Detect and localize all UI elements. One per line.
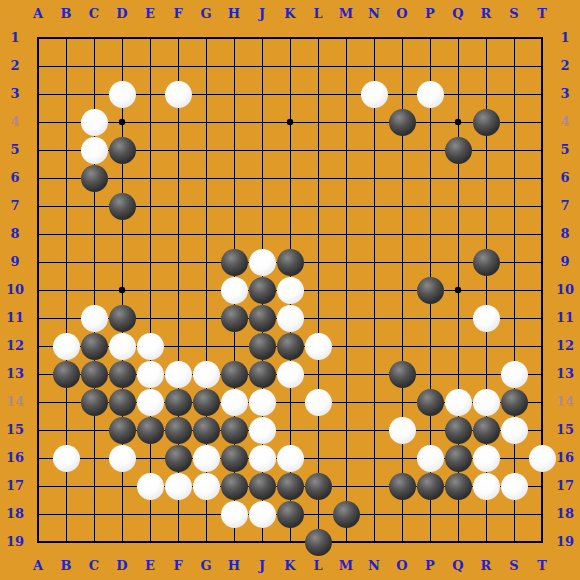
stone-white-D3 (109, 81, 136, 108)
stone-black-O17 (389, 473, 416, 500)
stone-white-F3 (165, 81, 192, 108)
col-label-top-Q: Q (447, 7, 469, 21)
stone-black-C6 (81, 165, 108, 192)
stone-black-G15 (193, 417, 220, 444)
star-point-Q10 (455, 287, 461, 293)
star-point-D4 (119, 119, 125, 125)
col-label-bottom-B: B (55, 559, 77, 573)
stone-black-P14 (417, 389, 444, 416)
row-label-left-11: 11 (4, 311, 26, 325)
stone-black-O13 (389, 361, 416, 388)
stone-white-D16 (109, 445, 136, 472)
stone-white-C4 (81, 109, 108, 136)
row-label-left-8: 8 (4, 227, 26, 241)
col-label-bottom-Q: Q (447, 559, 469, 573)
stone-black-R9 (473, 249, 500, 276)
col-label-bottom-L: L (307, 559, 329, 573)
stone-black-J13 (249, 361, 276, 388)
stone-black-K12 (277, 333, 304, 360)
row-label-right-6: 6 (554, 171, 576, 185)
col-label-top-E: E (139, 7, 161, 21)
col-label-top-T: T (531, 7, 553, 21)
col-label-bottom-T: T (531, 559, 553, 573)
row-label-right-9: 9 (554, 255, 576, 269)
stone-black-K18 (277, 501, 304, 528)
row-label-left-19: 19 (4, 535, 26, 549)
stone-white-J14 (249, 389, 276, 416)
stone-black-D15 (109, 417, 136, 444)
col-label-top-N: N (363, 7, 385, 21)
stone-white-G13 (193, 361, 220, 388)
stone-black-O4 (389, 109, 416, 136)
star-point-Q4 (455, 119, 461, 125)
stone-white-S17 (501, 473, 528, 500)
stone-white-E12 (137, 333, 164, 360)
stone-black-H9 (221, 249, 248, 276)
row-label-left-6: 6 (4, 171, 26, 185)
stone-white-C11 (81, 305, 108, 332)
stone-white-P16 (417, 445, 444, 472)
stone-white-R14 (473, 389, 500, 416)
row-label-left-7: 7 (4, 199, 26, 213)
stone-white-C5 (81, 137, 108, 164)
col-label-bottom-S: S (503, 559, 525, 573)
stone-black-H13 (221, 361, 248, 388)
stone-black-P10 (417, 277, 444, 304)
stone-black-K17 (277, 473, 304, 500)
row-label-left-9: 9 (4, 255, 26, 269)
stone-black-D7 (109, 193, 136, 220)
stone-white-S15 (501, 417, 528, 444)
stone-black-Q16 (445, 445, 472, 472)
stone-white-S13 (501, 361, 528, 388)
stone-black-H11 (221, 305, 248, 332)
row-label-right-15: 15 (554, 423, 576, 437)
stone-white-E17 (137, 473, 164, 500)
stone-black-S14 (501, 389, 528, 416)
stone-white-G17 (193, 473, 220, 500)
star-point-K4 (287, 119, 293, 125)
row-label-right-7: 7 (554, 199, 576, 213)
stone-white-J9 (249, 249, 276, 276)
col-label-top-F: F (167, 7, 189, 21)
stone-black-C13 (81, 361, 108, 388)
row-label-left-4: 4 (4, 115, 26, 129)
col-label-bottom-C: C (83, 559, 105, 573)
col-label-bottom-J: J (251, 559, 273, 573)
stone-black-F16 (165, 445, 192, 472)
row-label-left-17: 17 (4, 479, 26, 493)
row-label-left-18: 18 (4, 507, 26, 521)
stone-white-F13 (165, 361, 192, 388)
stone-black-D11 (109, 305, 136, 332)
row-label-right-4: 4 (554, 115, 576, 129)
row-label-left-13: 13 (4, 367, 26, 381)
stone-white-L14 (305, 389, 332, 416)
stone-black-H15 (221, 417, 248, 444)
stone-black-H16 (221, 445, 248, 472)
stone-black-M18 (333, 501, 360, 528)
col-label-bottom-R: R (475, 559, 497, 573)
stone-white-K11 (277, 305, 304, 332)
stone-black-K9 (277, 249, 304, 276)
stone-white-H10 (221, 277, 248, 304)
stone-black-L19 (305, 529, 332, 556)
col-label-bottom-A: A (27, 559, 49, 573)
stone-white-K13 (277, 361, 304, 388)
stone-white-P3 (417, 81, 444, 108)
col-label-top-O: O (391, 7, 413, 21)
row-label-left-1: 1 (4, 31, 26, 45)
stone-white-B12 (53, 333, 80, 360)
row-label-right-10: 10 (554, 283, 576, 297)
stone-black-H17 (221, 473, 248, 500)
stone-white-T16 (529, 445, 556, 472)
col-label-bottom-M: M (335, 559, 357, 573)
col-label-top-A: A (27, 7, 49, 21)
stone-black-J11 (249, 305, 276, 332)
stone-white-F17 (165, 473, 192, 500)
stone-black-L17 (305, 473, 332, 500)
row-label-left-10: 10 (4, 283, 26, 297)
stone-white-D12 (109, 333, 136, 360)
col-label-bottom-O: O (391, 559, 413, 573)
go-board[interactable]: AABBCCDDEEFFGGHHJJKKLLMMNNOOPPQQRRSSTT11… (0, 0, 580, 580)
stone-white-H14 (221, 389, 248, 416)
stone-white-L12 (305, 333, 332, 360)
stone-white-K10 (277, 277, 304, 304)
row-label-right-12: 12 (554, 339, 576, 353)
stone-white-R17 (473, 473, 500, 500)
row-label-right-2: 2 (554, 59, 576, 73)
stone-white-E14 (137, 389, 164, 416)
stone-white-H18 (221, 501, 248, 528)
row-label-right-18: 18 (554, 507, 576, 521)
col-label-top-K: K (279, 7, 301, 21)
col-label-top-B: B (55, 7, 77, 21)
stone-white-O15 (389, 417, 416, 444)
row-label-right-3: 3 (554, 87, 576, 101)
stone-white-R11 (473, 305, 500, 332)
col-label-top-M: M (335, 7, 357, 21)
col-label-bottom-H: H (223, 559, 245, 573)
stone-black-D14 (109, 389, 136, 416)
stone-black-F15 (165, 417, 192, 444)
stone-black-G14 (193, 389, 220, 416)
stone-black-F14 (165, 389, 192, 416)
stone-black-J10 (249, 277, 276, 304)
row-label-right-11: 11 (554, 311, 576, 325)
row-label-right-8: 8 (554, 227, 576, 241)
row-label-left-12: 12 (4, 339, 26, 353)
stone-black-J12 (249, 333, 276, 360)
stone-white-K16 (277, 445, 304, 472)
stone-black-R4 (473, 109, 500, 136)
row-label-right-5: 5 (554, 143, 576, 157)
stone-white-Q14 (445, 389, 472, 416)
row-label-left-2: 2 (4, 59, 26, 73)
stone-black-B13 (53, 361, 80, 388)
row-label-right-13: 13 (554, 367, 576, 381)
col-label-top-S: S (503, 7, 525, 21)
row-label-right-17: 17 (554, 479, 576, 493)
col-label-top-G: G (195, 7, 217, 21)
row-label-right-19: 19 (554, 535, 576, 549)
col-label-bottom-G: G (195, 559, 217, 573)
stone-black-E15 (137, 417, 164, 444)
stone-white-N3 (361, 81, 388, 108)
row-label-right-14: 14 (554, 395, 576, 409)
row-label-left-5: 5 (4, 143, 26, 157)
stone-black-R15 (473, 417, 500, 444)
star-point-D10 (119, 287, 125, 293)
stone-black-D5 (109, 137, 136, 164)
col-label-top-D: D (111, 7, 133, 21)
row-label-left-14: 14 (4, 395, 26, 409)
stone-white-J18 (249, 501, 276, 528)
col-label-top-L: L (307, 7, 329, 21)
stone-white-E13 (137, 361, 164, 388)
row-label-right-16: 16 (554, 451, 576, 465)
col-label-top-H: H (223, 7, 245, 21)
col-label-bottom-F: F (167, 559, 189, 573)
col-label-bottom-E: E (139, 559, 161, 573)
stone-white-R16 (473, 445, 500, 472)
stone-black-P17 (417, 473, 444, 500)
col-label-bottom-D: D (111, 559, 133, 573)
col-label-top-J: J (251, 7, 273, 21)
row-label-left-16: 16 (4, 451, 26, 465)
stone-black-D13 (109, 361, 136, 388)
col-label-top-R: R (475, 7, 497, 21)
row-label-left-3: 3 (4, 87, 26, 101)
stone-black-Q17 (445, 473, 472, 500)
stone-black-Q5 (445, 137, 472, 164)
col-label-top-C: C (83, 7, 105, 21)
col-label-bottom-N: N (363, 559, 385, 573)
col-label-top-P: P (419, 7, 441, 21)
stone-black-C12 (81, 333, 108, 360)
stone-white-G16 (193, 445, 220, 472)
col-label-bottom-K: K (279, 559, 301, 573)
stone-black-C14 (81, 389, 108, 416)
row-label-right-1: 1 (554, 31, 576, 45)
stone-white-J15 (249, 417, 276, 444)
stone-white-B16 (53, 445, 80, 472)
row-label-left-15: 15 (4, 423, 26, 437)
stone-white-J16 (249, 445, 276, 472)
col-label-bottom-P: P (419, 559, 441, 573)
stone-black-Q15 (445, 417, 472, 444)
stone-black-J17 (249, 473, 276, 500)
